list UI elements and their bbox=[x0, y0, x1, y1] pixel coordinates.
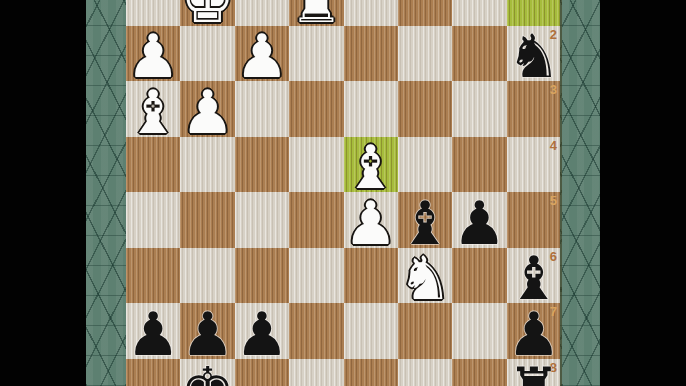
teal-pattern-strip-right bbox=[560, 0, 602, 386]
white-pawn[interactable]: ♟ bbox=[344, 195, 398, 251]
square-c1[interactable] bbox=[398, 0, 452, 26]
black-pawn[interactable]: ♟ bbox=[126, 306, 180, 362]
square-h2[interactable]: ♟ bbox=[126, 26, 180, 82]
square-c4[interactable] bbox=[398, 137, 452, 193]
square-g2[interactable] bbox=[180, 26, 234, 82]
square-e1[interactable]: ♜ bbox=[289, 0, 343, 26]
square-d5[interactable]: ♟ bbox=[344, 192, 398, 248]
square-d2[interactable] bbox=[344, 26, 398, 82]
square-g1[interactable]: ♚ bbox=[180, 0, 234, 26]
square-a5[interactable]: 5 bbox=[507, 192, 561, 248]
square-c5[interactable]: ♝ bbox=[398, 192, 452, 248]
black-rook[interactable]: ♜ bbox=[507, 362, 561, 386]
letterbox-bar-right bbox=[600, 0, 686, 386]
square-a7[interactable]: 7♟ bbox=[507, 303, 561, 359]
square-d6[interactable] bbox=[344, 248, 398, 304]
square-b1[interactable] bbox=[452, 0, 506, 26]
square-h7[interactable]: ♟ bbox=[126, 303, 180, 359]
square-b3[interactable] bbox=[452, 81, 506, 137]
black-pawn[interactable]: ♟ bbox=[235, 306, 289, 362]
square-e6[interactable] bbox=[289, 248, 343, 304]
square-a8[interactable]: 8♜ bbox=[507, 359, 561, 386]
white-knight[interactable]: ♞ bbox=[398, 251, 452, 307]
square-e4[interactable] bbox=[289, 137, 343, 193]
white-pawn[interactable]: ♟ bbox=[180, 84, 234, 140]
square-d1[interactable] bbox=[344, 0, 398, 26]
white-king[interactable]: ♚ bbox=[180, 0, 234, 29]
square-b2[interactable] bbox=[452, 26, 506, 82]
white-pawn[interactable]: ♟ bbox=[235, 29, 289, 85]
square-e5[interactable] bbox=[289, 192, 343, 248]
square-f8[interactable] bbox=[235, 359, 289, 386]
square-d4[interactable]: ♝ bbox=[344, 137, 398, 193]
square-d8[interactable] bbox=[344, 359, 398, 386]
black-king[interactable]: ♚ bbox=[180, 362, 234, 386]
black-knight[interactable]: ♞ bbox=[507, 29, 561, 85]
square-e3[interactable] bbox=[289, 81, 343, 137]
black-pawn[interactable]: ♟ bbox=[180, 306, 234, 362]
square-e7[interactable] bbox=[289, 303, 343, 359]
square-g7[interactable]: ♟ bbox=[180, 303, 234, 359]
square-h8[interactable] bbox=[126, 359, 180, 386]
square-h3[interactable]: ♝ bbox=[126, 81, 180, 137]
square-a2[interactable]: 2♞ bbox=[507, 26, 561, 82]
square-c6[interactable]: ♞ bbox=[398, 248, 452, 304]
square-c7[interactable] bbox=[398, 303, 452, 359]
square-h5[interactable] bbox=[126, 192, 180, 248]
square-d3[interactable] bbox=[344, 81, 398, 137]
square-b5[interactable]: ♟ bbox=[452, 192, 506, 248]
white-pawn[interactable]: ♟ bbox=[126, 29, 180, 85]
black-bishop[interactable]: ♝ bbox=[398, 195, 452, 251]
square-b8[interactable] bbox=[452, 359, 506, 386]
square-g3[interactable]: ♟ bbox=[180, 81, 234, 137]
square-f5[interactable] bbox=[235, 192, 289, 248]
chess-board[interactable]: ♚♜♟♟2♞♝♟3♝4♟♝♟5♞6♝♟♟♟7♟♚8♜ bbox=[126, 0, 561, 386]
square-h4[interactable] bbox=[126, 137, 180, 193]
square-c8[interactable] bbox=[398, 359, 452, 386]
rank-label-3: 3 bbox=[550, 82, 557, 97]
square-e2[interactable] bbox=[289, 26, 343, 82]
square-g6[interactable] bbox=[180, 248, 234, 304]
square-f7[interactable]: ♟ bbox=[235, 303, 289, 359]
square-f2[interactable]: ♟ bbox=[235, 26, 289, 82]
square-f3[interactable] bbox=[235, 81, 289, 137]
rank-label-4: 4 bbox=[550, 138, 557, 153]
black-bishop[interactable]: ♝ bbox=[507, 251, 561, 307]
video-frame: ♚♜♟♟2♞♝♟3♝4♟♝♟5♞6♝♟♟♟7♟♚8♜ bbox=[0, 0, 686, 386]
letterbox-bar-left bbox=[0, 0, 86, 386]
black-pawn[interactable]: ♟ bbox=[507, 306, 561, 362]
square-a6[interactable]: 6♝ bbox=[507, 248, 561, 304]
square-b4[interactable] bbox=[452, 137, 506, 193]
square-b6[interactable] bbox=[452, 248, 506, 304]
black-pawn[interactable]: ♟ bbox=[452, 195, 506, 251]
square-e8[interactable] bbox=[289, 359, 343, 386]
square-a4[interactable]: 4 bbox=[507, 137, 561, 193]
square-h6[interactable] bbox=[126, 248, 180, 304]
square-g4[interactable] bbox=[180, 137, 234, 193]
square-d7[interactable] bbox=[344, 303, 398, 359]
white-rook[interactable]: ♜ bbox=[289, 0, 343, 29]
square-g8[interactable]: ♚ bbox=[180, 359, 234, 386]
square-g5[interactable] bbox=[180, 192, 234, 248]
rank-label-5: 5 bbox=[550, 193, 557, 208]
square-c3[interactable] bbox=[398, 81, 452, 137]
white-bishop[interactable]: ♝ bbox=[344, 140, 398, 196]
white-bishop[interactable]: ♝ bbox=[126, 84, 180, 140]
square-b7[interactable] bbox=[452, 303, 506, 359]
square-f4[interactable] bbox=[235, 137, 289, 193]
square-a3[interactable]: 3 bbox=[507, 81, 561, 137]
square-c2[interactable] bbox=[398, 26, 452, 82]
square-f6[interactable] bbox=[235, 248, 289, 304]
teal-pattern-strip-left bbox=[86, 0, 127, 386]
